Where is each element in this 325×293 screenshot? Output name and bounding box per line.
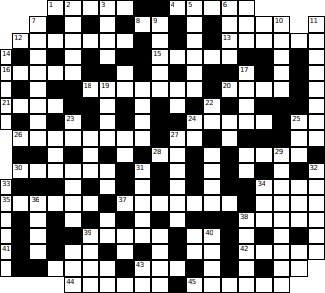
cell-r3c16-white[interactable] bbox=[273, 49, 290, 65]
cell-r9c3-white[interactable] bbox=[47, 147, 64, 163]
cell-r13c8-white[interactable] bbox=[134, 212, 151, 228]
cell-r14c15-black bbox=[255, 228, 272, 244]
cell-r17c7-white[interactable] bbox=[116, 277, 133, 293]
cell-r4c14-white[interactable]: 17 bbox=[238, 65, 255, 81]
cell-r4c1-white[interactable] bbox=[12, 65, 29, 81]
cell-r14c2-white[interactable] bbox=[29, 228, 46, 244]
cell-r7c14-white[interactable] bbox=[238, 114, 255, 130]
cell-r1c4-white[interactable] bbox=[64, 16, 81, 32]
cell-r14c16-white[interactable] bbox=[273, 228, 290, 244]
cell-r17c3-outside bbox=[47, 277, 64, 293]
cell-r0c18-outside bbox=[308, 0, 325, 16]
cell-r5c5-white[interactable]: 18 bbox=[82, 81, 99, 97]
cell-r5c14-white[interactable] bbox=[238, 81, 255, 97]
cell-r16c0-white[interactable] bbox=[0, 260, 12, 276]
cell-r14c12-white[interactable]: 40 bbox=[203, 228, 220, 244]
cell-r13c11-black bbox=[186, 212, 203, 228]
cell-r4c0-white[interactable]: 16 bbox=[0, 65, 12, 81]
cell-r17c12-white[interactable] bbox=[203, 277, 220, 293]
cell-r8c17-white[interactable] bbox=[290, 130, 307, 146]
cell-r2c13-white[interactable]: 13 bbox=[221, 33, 238, 49]
cell-r16c10-white[interactable] bbox=[169, 260, 186, 276]
cell-r0c11-white[interactable]: 5 bbox=[186, 0, 203, 16]
cell-r5c13-white[interactable]: 20 bbox=[221, 81, 238, 97]
clue-number-2: 2 bbox=[66, 1, 70, 9]
cell-r2c6-white[interactable] bbox=[99, 33, 116, 49]
cell-r1c9-white[interactable]: 9 bbox=[151, 16, 168, 32]
cell-r17c0-outside bbox=[0, 277, 12, 293]
cell-r13c1-black bbox=[12, 212, 29, 228]
cell-r14c17-black bbox=[290, 228, 307, 244]
cell-r1c14-white[interactable] bbox=[238, 16, 255, 32]
cell-r14c11-white[interactable] bbox=[186, 228, 203, 244]
cell-r6c6-white[interactable] bbox=[99, 98, 116, 114]
cell-r3c14-black bbox=[238, 49, 255, 65]
cell-r17c5-white[interactable] bbox=[82, 277, 99, 293]
cell-r2c5-white[interactable] bbox=[82, 33, 99, 49]
cell-r3c0-white[interactable]: 14 bbox=[0, 49, 12, 65]
cell-r16c4-white[interactable] bbox=[64, 260, 81, 276]
cell-r4c11-white[interactable] bbox=[186, 65, 203, 81]
cell-r17c4-white[interactable]: 44 bbox=[64, 277, 81, 293]
cell-r0c15-outside bbox=[255, 0, 272, 16]
cell-r5c8-white[interactable] bbox=[134, 81, 151, 97]
cell-r11c16-white[interactable] bbox=[273, 179, 290, 195]
cell-r7c0-white[interactable] bbox=[0, 114, 12, 130]
cell-r15c2-white[interactable] bbox=[29, 244, 46, 260]
cell-r13c15-white[interactable] bbox=[255, 212, 272, 228]
cell-r0c16-outside bbox=[273, 0, 290, 16]
cell-r13c14-white[interactable]: 38 bbox=[238, 212, 255, 228]
cell-r14c5-white[interactable]: 39 bbox=[82, 228, 99, 244]
cell-r12c12-white[interactable] bbox=[203, 195, 220, 211]
cell-r16c1-black bbox=[12, 260, 29, 276]
cell-r7c9-black bbox=[151, 114, 168, 130]
cell-r11c3-black bbox=[47, 179, 64, 195]
cell-r2c7-white[interactable] bbox=[116, 33, 133, 49]
clue-number-44: 44 bbox=[66, 278, 74, 286]
cell-r12c15-white[interactable] bbox=[255, 195, 272, 211]
cell-r16c6-white[interactable] bbox=[99, 260, 116, 276]
cell-r17c15-white[interactable] bbox=[255, 277, 272, 293]
cell-r1c5-black bbox=[82, 16, 99, 32]
cell-r5c10-white[interactable] bbox=[169, 81, 186, 97]
cell-r12c14-black bbox=[238, 195, 255, 211]
cell-r8c2-white[interactable] bbox=[29, 130, 46, 146]
cell-r2c0-outside bbox=[0, 33, 12, 49]
cell-r2c1-white[interactable]: 12 bbox=[12, 33, 29, 49]
cell-r6c18-white[interactable] bbox=[308, 98, 325, 114]
cell-r5c18-white[interactable] bbox=[308, 81, 325, 97]
cell-r3c13-white[interactable] bbox=[221, 49, 238, 65]
cell-r2c3-white[interactable] bbox=[47, 33, 64, 49]
cell-r8c11-white[interactable] bbox=[186, 130, 203, 146]
cell-r6c13-black bbox=[221, 98, 238, 114]
cell-r17c9-white[interactable] bbox=[151, 277, 168, 293]
cell-r11c17-white[interactable] bbox=[290, 179, 307, 195]
cell-r11c4-white[interactable] bbox=[64, 179, 81, 195]
cell-r15c5-white[interactable] bbox=[82, 244, 99, 260]
clue-number-14: 14 bbox=[2, 50, 10, 58]
cell-r14c9-white[interactable] bbox=[151, 228, 168, 244]
cell-r2c4-white[interactable] bbox=[64, 33, 81, 49]
cell-r8c6-white[interactable] bbox=[99, 130, 116, 146]
cell-r2c11-white[interactable] bbox=[186, 33, 203, 49]
cell-r16c12-white[interactable] bbox=[203, 260, 220, 276]
cell-r5c15-white[interactable] bbox=[255, 81, 272, 97]
cell-r13c16-white[interactable] bbox=[273, 212, 290, 228]
cell-r11c18-white[interactable] bbox=[308, 179, 325, 195]
cell-r8c7-white[interactable] bbox=[116, 130, 133, 146]
cell-r5c9-white[interactable] bbox=[151, 81, 168, 97]
cell-r4c4-white[interactable] bbox=[64, 65, 81, 81]
cell-r15c17-white[interactable] bbox=[290, 244, 307, 260]
cell-r15c14-white[interactable]: 42 bbox=[238, 244, 255, 260]
cell-r10c1-white[interactable]: 30 bbox=[12, 163, 29, 179]
cell-r9c14-white[interactable] bbox=[238, 147, 255, 163]
clue-number-31: 31 bbox=[136, 164, 144, 172]
cell-r3c11-white[interactable] bbox=[186, 49, 203, 65]
cell-r2c18-white[interactable] bbox=[308, 33, 325, 49]
cell-r9c12-white[interactable] bbox=[203, 147, 220, 163]
cell-r3c18-white[interactable] bbox=[308, 49, 325, 65]
cell-r17c16-white[interactable] bbox=[273, 277, 290, 293]
cell-r16c9-white[interactable] bbox=[151, 260, 168, 276]
cell-r7c2-white[interactable] bbox=[29, 114, 46, 130]
cell-r17c13-white[interactable] bbox=[221, 277, 238, 293]
cell-r3c4-white[interactable] bbox=[64, 49, 81, 65]
cell-r10c11-black bbox=[186, 163, 203, 179]
cell-r11c6-white[interactable] bbox=[99, 179, 116, 195]
cell-r8c14-black bbox=[238, 130, 255, 146]
cell-r10c16-white[interactable] bbox=[273, 163, 290, 179]
cell-r10c5-white[interactable] bbox=[82, 163, 99, 179]
cell-r11c7-black bbox=[116, 179, 133, 195]
cell-r1c6-white[interactable] bbox=[99, 16, 116, 32]
cell-r6c12-white[interactable]: 22 bbox=[203, 98, 220, 114]
cell-r4c3-white[interactable] bbox=[47, 65, 64, 81]
clue-number-7: 7 bbox=[31, 17, 35, 25]
cell-r13c12-black bbox=[203, 212, 220, 228]
clue-number-36: 36 bbox=[31, 196, 39, 204]
cell-r15c15-white[interactable] bbox=[255, 244, 272, 260]
cell-r13c0-white[interactable] bbox=[0, 212, 12, 228]
clue-number-29: 29 bbox=[275, 148, 283, 156]
cell-r10c6-white[interactable] bbox=[99, 163, 116, 179]
cell-r16c3-white[interactable] bbox=[47, 260, 64, 276]
cell-r6c17-black bbox=[290, 98, 307, 114]
cell-r11c5-black bbox=[82, 179, 99, 195]
cell-r12c8-white[interactable] bbox=[134, 195, 151, 211]
cell-r6c8-white[interactable] bbox=[134, 98, 151, 114]
cell-r0c12-white[interactable] bbox=[203, 0, 220, 16]
cell-r9c10-white[interactable] bbox=[169, 147, 186, 163]
clue-number-25: 25 bbox=[292, 115, 300, 123]
cell-r9c17-white[interactable] bbox=[290, 147, 307, 163]
cell-r2c14-white[interactable] bbox=[238, 33, 255, 49]
cell-r8c5-white[interactable] bbox=[82, 130, 99, 146]
cell-r9c8-black bbox=[134, 147, 151, 163]
cell-r12c10-white[interactable] bbox=[169, 195, 186, 211]
cell-r15c7-white[interactable] bbox=[116, 244, 133, 260]
clue-number-33: 33 bbox=[2, 180, 10, 188]
cell-r14c0-white[interactable] bbox=[0, 228, 12, 244]
cell-r14c18-white[interactable] bbox=[308, 228, 325, 244]
cell-r6c14-white[interactable] bbox=[238, 98, 255, 114]
cell-r1c13-white[interactable] bbox=[221, 16, 238, 32]
clue-number-35: 35 bbox=[2, 196, 10, 204]
cell-r3c6-white[interactable] bbox=[99, 49, 116, 65]
cell-r6c4-black bbox=[64, 98, 81, 114]
cell-r12c13-white[interactable] bbox=[221, 195, 238, 211]
cell-r16c17-white[interactable] bbox=[290, 260, 307, 276]
clue-number-22: 22 bbox=[205, 99, 213, 107]
cell-r11c15-white[interactable]: 34 bbox=[255, 179, 272, 195]
cell-r14c10-black bbox=[169, 228, 186, 244]
cell-r13c4-white[interactable] bbox=[64, 212, 81, 228]
cell-r8c13-white[interactable] bbox=[221, 130, 238, 146]
cell-r1c17-outside bbox=[290, 16, 307, 32]
cell-r8c3-white[interactable] bbox=[47, 130, 64, 146]
cell-r12c7-white[interactable]: 37 bbox=[116, 195, 133, 211]
cell-r11c10-white[interactable] bbox=[169, 179, 186, 195]
cell-r8c16-black bbox=[273, 130, 290, 146]
cell-r15c18-white[interactable] bbox=[308, 244, 325, 260]
cell-r13c3-black bbox=[47, 212, 64, 228]
cell-r0c14-white[interactable] bbox=[238, 0, 255, 16]
cell-r17c8-white[interactable] bbox=[134, 277, 151, 293]
cell-r14c4-black bbox=[64, 228, 81, 244]
cell-r7c15-white[interactable] bbox=[255, 114, 272, 130]
cell-r4c9-white[interactable] bbox=[151, 65, 168, 81]
cell-r0c4-white[interactable]: 2 bbox=[64, 0, 81, 16]
cell-r8c4-white[interactable] bbox=[64, 130, 81, 146]
cell-r17c1-outside bbox=[12, 277, 29, 293]
clue-number-28: 28 bbox=[153, 148, 161, 156]
cell-r17c10-black bbox=[169, 277, 186, 293]
cell-r15c16-white[interactable] bbox=[273, 244, 290, 260]
cell-r7c17-white[interactable]: 25 bbox=[290, 114, 307, 130]
cell-r0c10-white[interactable]: 4 bbox=[169, 0, 186, 16]
cell-r14c6-white[interactable] bbox=[99, 228, 116, 244]
cell-r4c18-white[interactable] bbox=[308, 65, 325, 81]
cell-r9c16-white[interactable]: 29 bbox=[273, 147, 290, 163]
cell-r4c2-white[interactable] bbox=[29, 65, 46, 81]
cell-r11c12-white[interactable] bbox=[203, 179, 220, 195]
cell-r6c1-white[interactable] bbox=[12, 98, 29, 114]
cell-r8c15-black bbox=[255, 130, 272, 146]
cell-r3c7-black bbox=[116, 49, 133, 65]
cell-r17c18-outside bbox=[308, 277, 325, 293]
cell-r13c2-white[interactable] bbox=[29, 212, 46, 228]
cell-r9c7-white[interactable] bbox=[116, 147, 133, 163]
cell-r9c0-outside bbox=[0, 147, 12, 163]
cell-r13c6-white[interactable] bbox=[99, 212, 116, 228]
cell-r9c1-black bbox=[12, 147, 29, 163]
cell-r14c13-black bbox=[221, 228, 238, 244]
cell-r1c11-white[interactable] bbox=[186, 16, 203, 32]
cell-r5c11-white[interactable] bbox=[186, 81, 203, 97]
cell-r10c4-white[interactable] bbox=[64, 163, 81, 179]
cell-r15c12-white[interactable] bbox=[203, 244, 220, 260]
cell-r3c12-white[interactable] bbox=[203, 49, 220, 65]
cell-r5c16-white[interactable] bbox=[273, 81, 290, 97]
cell-r15c4-white[interactable] bbox=[64, 244, 81, 260]
cell-r12c2-white[interactable]: 36 bbox=[29, 195, 46, 211]
cell-r6c3-white[interactable] bbox=[47, 98, 64, 114]
cell-r12c1-white[interactable] bbox=[12, 195, 29, 211]
cell-r17c6-white[interactable] bbox=[99, 277, 116, 293]
cell-r11c8-white[interactable] bbox=[134, 179, 151, 195]
cell-r10c9-black bbox=[151, 163, 168, 179]
cell-r10c8-white[interactable]: 31 bbox=[134, 163, 151, 179]
cell-r13c18-white[interactable] bbox=[308, 212, 325, 228]
cell-r3c17-black bbox=[290, 49, 307, 65]
cell-r5c6-white[interactable]: 19 bbox=[99, 81, 116, 97]
cell-r12c16-white[interactable] bbox=[273, 195, 290, 211]
cell-r13c7-black bbox=[116, 212, 133, 228]
clue-number-6: 6 bbox=[223, 1, 227, 9]
cell-r10c12-white[interactable] bbox=[203, 163, 220, 179]
cell-r3c2-white[interactable] bbox=[29, 49, 46, 65]
cell-r9c5-white[interactable] bbox=[82, 147, 99, 163]
cell-r12c3-white[interactable] bbox=[47, 195, 64, 211]
cell-r7c11-white[interactable]: 24 bbox=[186, 114, 203, 130]
cell-r6c9-black bbox=[151, 98, 168, 114]
cell-r6c5-black bbox=[82, 98, 99, 114]
cell-r4c7-white[interactable] bbox=[116, 65, 133, 81]
cell-r0c13-white[interactable]: 6 bbox=[221, 0, 238, 16]
cell-r8c18-white[interactable] bbox=[308, 130, 325, 146]
cell-r2c2-white[interactable] bbox=[29, 33, 46, 49]
cell-r14c7-white[interactable] bbox=[116, 228, 133, 244]
cell-r17c14-white[interactable] bbox=[238, 277, 255, 293]
cell-r0c1-outside bbox=[12, 0, 29, 16]
cell-r16c18-outside bbox=[308, 260, 325, 276]
cell-r2c15-white[interactable] bbox=[255, 33, 272, 49]
clue-number-15: 15 bbox=[153, 50, 161, 58]
cell-r10c10-white[interactable] bbox=[169, 163, 186, 179]
cell-r16c16-white[interactable] bbox=[273, 260, 290, 276]
cell-r12c4-white[interactable] bbox=[64, 195, 81, 211]
cell-r3c3-black bbox=[47, 49, 64, 65]
cell-r12c0-white[interactable]: 35 bbox=[0, 195, 12, 211]
cell-r4c16-white[interactable] bbox=[273, 65, 290, 81]
cell-r9c13-black bbox=[221, 147, 238, 163]
clue-number-17: 17 bbox=[240, 66, 248, 74]
cell-r13c5-black bbox=[82, 212, 99, 228]
cell-r7c18-white[interactable] bbox=[308, 114, 325, 130]
cell-r13c17-white[interactable] bbox=[290, 212, 307, 228]
cell-r17c11-white[interactable]: 45 bbox=[186, 277, 203, 293]
cell-r3c9-white[interactable]: 15 bbox=[151, 49, 168, 65]
cell-r1c2-white[interactable]: 7 bbox=[29, 16, 46, 32]
cell-r5c2-white[interactable] bbox=[29, 81, 46, 97]
cell-r6c2-white[interactable] bbox=[29, 98, 46, 114]
cell-r1c15-white[interactable] bbox=[255, 16, 272, 32]
cell-r0c3-white[interactable]: 1 bbox=[47, 0, 64, 16]
cell-r7c7-black bbox=[116, 114, 133, 130]
cell-r7c4-white[interactable]: 23 bbox=[64, 114, 81, 130]
clue-number-8: 8 bbox=[136, 17, 140, 25]
cell-r15c8-black bbox=[134, 244, 151, 260]
cell-r11c2-black bbox=[29, 179, 46, 195]
cell-r14c14-white[interactable] bbox=[238, 228, 255, 244]
cell-r1c18-white[interactable]: 11 bbox=[308, 16, 325, 32]
cell-r7c13-white[interactable] bbox=[221, 114, 238, 130]
clue-number-10: 10 bbox=[275, 17, 283, 25]
cell-r9c15-white[interactable] bbox=[255, 147, 272, 163]
cell-r12c9-white[interactable] bbox=[151, 195, 168, 211]
cell-r10c2-white[interactable] bbox=[29, 163, 46, 179]
cell-r14c8-white[interactable] bbox=[134, 228, 151, 244]
cell-r16c5-white[interactable] bbox=[82, 260, 99, 276]
cell-r5c0-white[interactable] bbox=[0, 81, 12, 97]
cell-r16c14-white[interactable] bbox=[238, 260, 255, 276]
cell-r9c9-white[interactable]: 28 bbox=[151, 147, 168, 163]
cell-r0c8-black bbox=[134, 0, 151, 16]
cell-r8c8-white[interactable] bbox=[134, 130, 151, 146]
cell-r10c14-white[interactable] bbox=[238, 163, 255, 179]
cell-r2c16-white[interactable] bbox=[273, 33, 290, 49]
cell-r16c13-black bbox=[221, 260, 238, 276]
cell-r6c11-black bbox=[186, 98, 203, 114]
cell-r5c17-black bbox=[290, 81, 307, 97]
cell-r7c8-white[interactable] bbox=[134, 114, 151, 130]
cell-r2c9-white[interactable] bbox=[151, 33, 168, 49]
cell-r3c10-white[interactable] bbox=[169, 49, 186, 65]
cell-r15c3-black bbox=[47, 244, 64, 260]
cell-r9c18-black bbox=[308, 147, 325, 163]
clue-number-27: 27 bbox=[171, 131, 179, 139]
cell-r13c10-white[interactable] bbox=[169, 212, 186, 228]
cell-r9c11-black bbox=[186, 147, 203, 163]
cell-r1c16-white[interactable]: 10 bbox=[273, 16, 290, 32]
cell-r15c9-white[interactable] bbox=[151, 244, 168, 260]
cell-r12c11-white[interactable] bbox=[186, 195, 203, 211]
cell-r11c0-white[interactable]: 33 bbox=[0, 179, 12, 195]
cell-r10c18-white[interactable]: 32 bbox=[308, 163, 325, 179]
cell-r16c15-black bbox=[255, 260, 272, 276]
clue-number-19: 19 bbox=[101, 82, 109, 90]
cell-r10c3-white[interactable] bbox=[47, 163, 64, 179]
cell-r1c8-white[interactable]: 8 bbox=[134, 16, 151, 32]
clue-number-13: 13 bbox=[223, 34, 231, 42]
cell-r11c1-black bbox=[12, 179, 29, 195]
clue-number-40: 40 bbox=[205, 229, 213, 237]
cell-r15c1-black bbox=[12, 244, 29, 260]
cell-r8c10-white[interactable]: 27 bbox=[169, 130, 186, 146]
cell-r5c7-white[interactable] bbox=[116, 81, 133, 97]
cell-r7c12-white[interactable] bbox=[203, 114, 220, 130]
clue-number-30: 30 bbox=[14, 164, 22, 172]
cell-r15c11-white[interactable] bbox=[186, 244, 203, 260]
cell-r0c7-white[interactable] bbox=[116, 0, 133, 16]
cell-r12c5-white[interactable] bbox=[82, 195, 99, 211]
cell-r12c18-white[interactable] bbox=[308, 195, 325, 211]
cell-r8c1-white[interactable]: 26 bbox=[12, 130, 29, 146]
cell-r6c10-white[interactable] bbox=[169, 98, 186, 114]
cell-r17c2-outside bbox=[29, 277, 46, 293]
cell-r2c17-white[interactable] bbox=[290, 33, 307, 49]
cell-r6c0-white[interactable]: 21 bbox=[0, 98, 12, 114]
cell-r16c8-white[interactable]: 43 bbox=[134, 260, 151, 276]
cell-r15c0-white[interactable]: 41 bbox=[0, 244, 12, 260]
cell-r0c6-white[interactable]: 3 bbox=[99, 0, 116, 16]
cell-r12c17-white[interactable] bbox=[290, 195, 307, 211]
cell-r0c5-white[interactable] bbox=[82, 0, 99, 16]
cell-r7c6-white[interactable] bbox=[99, 114, 116, 130]
